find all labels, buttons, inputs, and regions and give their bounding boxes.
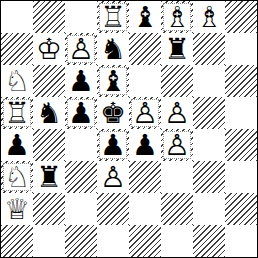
chess-board-frame: ♖♝♗♗♔♙♞♜♘♟♝♖♞♟♚♙♙♟♟♟♙♘♜♙♕ xyxy=(0,0,258,258)
white-pawn: ♙ xyxy=(161,97,193,129)
square-h3[interactable] xyxy=(225,161,257,193)
square-c8[interactable] xyxy=(65,1,97,33)
square-b3[interactable]: ♜ xyxy=(33,161,65,193)
square-g5[interactable] xyxy=(193,97,225,129)
square-d3[interactable]: ♙ xyxy=(97,161,129,193)
square-e1[interactable] xyxy=(129,225,161,257)
square-a3[interactable]: ♘ xyxy=(1,161,33,193)
square-d7[interactable]: ♞ xyxy=(97,33,129,65)
black-pawn: ♟ xyxy=(65,97,97,129)
square-c3[interactable] xyxy=(65,161,97,193)
white-king: ♔ xyxy=(33,33,65,65)
square-h1[interactable] xyxy=(225,225,257,257)
square-d6[interactable]: ♝ xyxy=(97,65,129,97)
square-g1[interactable] xyxy=(193,225,225,257)
square-h5[interactable] xyxy=(225,97,257,129)
square-b4[interactable] xyxy=(33,129,65,161)
square-g6[interactable] xyxy=(193,65,225,97)
square-d5[interactable]: ♚ xyxy=(97,97,129,129)
square-a4[interactable]: ♟ xyxy=(1,129,33,161)
white-rook: ♖ xyxy=(1,97,33,129)
square-h7[interactable] xyxy=(225,33,257,65)
square-g7[interactable] xyxy=(193,33,225,65)
square-h2[interactable] xyxy=(225,193,257,225)
square-c6[interactable]: ♟ xyxy=(65,65,97,97)
square-e7[interactable] xyxy=(129,33,161,65)
black-bishop: ♝ xyxy=(129,1,161,33)
black-rook: ♜ xyxy=(161,33,193,65)
white-rook: ♖ xyxy=(97,1,129,33)
square-e3[interactable] xyxy=(129,161,161,193)
square-c4[interactable] xyxy=(65,129,97,161)
square-d4[interactable]: ♟ xyxy=(97,129,129,161)
white-bishop: ♗ xyxy=(193,1,225,33)
square-b7[interactable]: ♔ xyxy=(33,33,65,65)
square-e8[interactable]: ♝ xyxy=(129,1,161,33)
square-f6[interactable] xyxy=(161,65,193,97)
square-e5[interactable]: ♙ xyxy=(129,97,161,129)
black-knight: ♞ xyxy=(97,33,129,65)
white-bishop: ♗ xyxy=(161,1,193,33)
white-pawn: ♙ xyxy=(129,97,161,129)
square-h4[interactable] xyxy=(225,129,257,161)
white-pawn: ♙ xyxy=(161,129,193,161)
black-pawn: ♟ xyxy=(1,129,33,161)
square-b1[interactable] xyxy=(33,225,65,257)
square-a6[interactable]: ♘ xyxy=(1,65,33,97)
square-f5[interactable]: ♙ xyxy=(161,97,193,129)
square-g4[interactable] xyxy=(193,129,225,161)
square-e6[interactable] xyxy=(129,65,161,97)
square-f8[interactable]: ♗ xyxy=(161,1,193,33)
black-pawn: ♟ xyxy=(65,65,97,97)
square-c2[interactable] xyxy=(65,193,97,225)
square-c1[interactable] xyxy=(65,225,97,257)
square-f4[interactable]: ♙ xyxy=(161,129,193,161)
square-g8[interactable]: ♗ xyxy=(193,1,225,33)
square-e2[interactable] xyxy=(129,193,161,225)
square-a7[interactable] xyxy=(1,33,33,65)
square-d2[interactable] xyxy=(97,193,129,225)
black-pawn: ♟ xyxy=(129,129,161,161)
chess-board: ♖♝♗♗♔♙♞♜♘♟♝♖♞♟♚♙♙♟♟♟♙♘♜♙♕ xyxy=(1,1,257,257)
black-king: ♚ xyxy=(97,97,129,129)
white-pawn: ♙ xyxy=(97,161,129,193)
black-rook: ♜ xyxy=(33,161,65,193)
square-h6[interactable] xyxy=(225,65,257,97)
square-f3[interactable] xyxy=(161,161,193,193)
square-a5[interactable]: ♖ xyxy=(1,97,33,129)
square-b8[interactable] xyxy=(33,1,65,33)
square-f1[interactable] xyxy=(161,225,193,257)
black-knight: ♞ xyxy=(33,97,65,129)
square-d1[interactable] xyxy=(97,225,129,257)
square-c7[interactable]: ♙ xyxy=(65,33,97,65)
black-bishop: ♝ xyxy=(97,65,129,97)
white-pawn: ♙ xyxy=(65,33,97,65)
square-g3[interactable] xyxy=(193,161,225,193)
square-a2[interactable]: ♕ xyxy=(1,193,33,225)
white-queen: ♕ xyxy=(1,193,33,225)
square-d8[interactable]: ♖ xyxy=(97,1,129,33)
square-g2[interactable] xyxy=(193,193,225,225)
white-knight: ♘ xyxy=(1,65,33,97)
black-pawn: ♟ xyxy=(97,129,129,161)
square-a1[interactable] xyxy=(1,225,33,257)
square-a8[interactable] xyxy=(1,1,33,33)
square-h8[interactable] xyxy=(225,1,257,33)
square-f2[interactable] xyxy=(161,193,193,225)
square-c5[interactable]: ♟ xyxy=(65,97,97,129)
square-b5[interactable]: ♞ xyxy=(33,97,65,129)
square-f7[interactable]: ♜ xyxy=(161,33,193,65)
square-e4[interactable]: ♟ xyxy=(129,129,161,161)
square-b6[interactable] xyxy=(33,65,65,97)
square-b2[interactable] xyxy=(33,193,65,225)
white-knight: ♘ xyxy=(1,161,33,193)
